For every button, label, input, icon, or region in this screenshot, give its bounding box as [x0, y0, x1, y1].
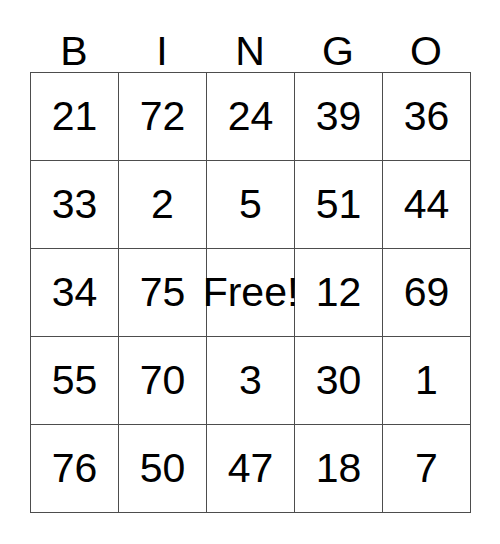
header-letter-b: B	[60, 31, 87, 72]
cell-r4c2[interactable]: 70	[119, 337, 207, 425]
cell-r5c2[interactable]: 50	[119, 425, 207, 513]
bingo-header: B I N G O	[30, 0, 471, 72]
cell-r5c4[interactable]: 18	[295, 425, 383, 513]
header-letter-n: N	[235, 31, 265, 72]
cell-r3c3-free[interactable]: Free!	[207, 249, 295, 337]
cell-r2c4[interactable]: 51	[295, 161, 383, 249]
cell-r1c2[interactable]: 72	[119, 73, 207, 161]
cell-r3c5[interactable]: 69	[383, 249, 471, 337]
cell-r2c2[interactable]: 2	[119, 161, 207, 249]
cell-r4c4[interactable]: 30	[295, 337, 383, 425]
cell-r3c4[interactable]: 12	[295, 249, 383, 337]
cell-r1c3[interactable]: 24	[207, 73, 295, 161]
cell-r1c4[interactable]: 39	[295, 73, 383, 161]
header-letter-g: G	[322, 31, 354, 72]
cell-r4c3[interactable]: 3	[207, 337, 295, 425]
cell-r3c2[interactable]: 75	[119, 249, 207, 337]
cell-r2c1[interactable]: 33	[31, 161, 119, 249]
cell-r5c3[interactable]: 47	[207, 425, 295, 513]
bingo-card: B I N G O 21 72 24 39 36 33 2 5 51 44 34…	[0, 0, 500, 544]
header-letter-i: I	[156, 31, 167, 72]
cell-r1c1[interactable]: 21	[31, 73, 119, 161]
cell-r5c1[interactable]: 76	[31, 425, 119, 513]
cell-r2c3[interactable]: 5	[207, 161, 295, 249]
cell-r3c1[interactable]: 34	[31, 249, 119, 337]
cell-r5c5[interactable]: 7	[383, 425, 471, 513]
header-letter-o: O	[410, 31, 442, 72]
bingo-grid: 21 72 24 39 36 33 2 5 51 44 34 75 Free! …	[30, 72, 471, 513]
cell-r4c5[interactable]: 1	[383, 337, 471, 425]
cell-r2c5[interactable]: 44	[383, 161, 471, 249]
cell-r4c1[interactable]: 55	[31, 337, 119, 425]
cell-r1c5[interactable]: 36	[383, 73, 471, 161]
